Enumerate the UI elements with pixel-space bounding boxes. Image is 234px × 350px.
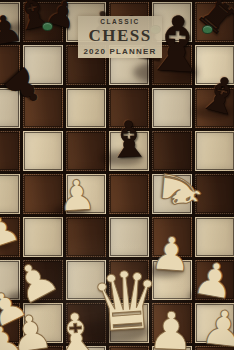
board-square	[66, 131, 106, 171]
title-main: CHESS	[88, 26, 151, 46]
board-square	[23, 303, 63, 343]
board-square	[0, 346, 20, 350]
board-square	[0, 45, 20, 85]
board-square	[0, 260, 20, 300]
board-square	[152, 346, 192, 350]
board-square	[109, 174, 149, 214]
board-square	[152, 260, 192, 300]
board-square	[66, 303, 106, 343]
board-square	[23, 174, 63, 214]
board-square	[23, 45, 63, 85]
board-square	[23, 217, 63, 257]
board-square	[0, 174, 20, 214]
board-square	[23, 260, 63, 300]
felt-base-dot	[202, 25, 213, 34]
board-square	[195, 260, 234, 300]
board-square	[66, 260, 106, 300]
board-square	[152, 88, 192, 128]
board-square	[195, 174, 234, 214]
board-square	[195, 2, 234, 42]
board-square	[109, 303, 149, 343]
board-square	[23, 346, 63, 350]
board-square	[152, 217, 192, 257]
book-cover-chess-planner: CLASSIC CHESS 2020 PLANNER ♟♝♟♟♟♟♟♝♜♝♝♟♟…	[0, 0, 234, 350]
board-square	[152, 174, 192, 214]
board-square	[195, 88, 234, 128]
board-square	[66, 88, 106, 128]
title-badge: CLASSIC CHESS 2020 PLANNER	[78, 16, 162, 58]
board-square	[109, 346, 149, 350]
board-square	[23, 2, 63, 42]
board-square	[66, 217, 106, 257]
board-square	[195, 303, 234, 343]
board-square	[0, 217, 20, 257]
board-square	[152, 131, 192, 171]
board-square	[0, 131, 20, 171]
board-square	[195, 45, 234, 85]
board-square	[66, 346, 106, 350]
board-square	[0, 303, 20, 343]
title-subtitle: 2020 PLANNER	[83, 47, 156, 56]
board-square	[152, 303, 192, 343]
board-square	[109, 217, 149, 257]
board-square	[109, 260, 149, 300]
board-square	[23, 131, 63, 171]
board-square	[109, 88, 149, 128]
board-square	[0, 2, 20, 42]
board-square	[66, 174, 106, 214]
board-square	[195, 217, 234, 257]
board-square	[195, 346, 234, 350]
board-square	[0, 88, 20, 128]
title-kicker: CLASSIC	[100, 18, 140, 25]
board-square	[195, 131, 234, 171]
felt-base-dot	[42, 22, 53, 31]
board-square	[109, 131, 149, 171]
board-square	[23, 88, 63, 128]
